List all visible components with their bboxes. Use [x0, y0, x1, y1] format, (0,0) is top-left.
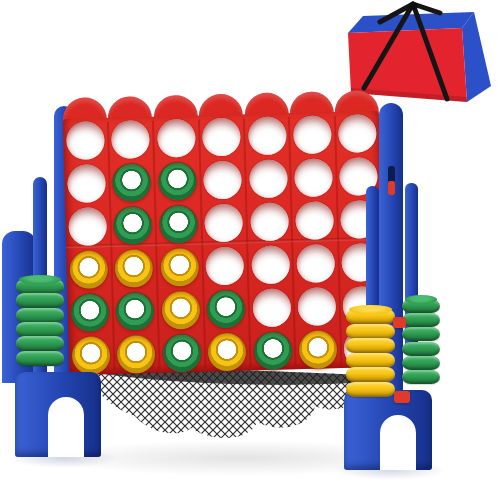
disc-stack-right-yellow-disc-5 [346, 367, 395, 382]
disc-stack-right-green-disc-6 [402, 370, 440, 384]
game-board [60, 89, 387, 383]
disc-stack-right-green-disc-4 [402, 342, 440, 356]
disc-stack-right-yellow-disc-6 [346, 382, 395, 397]
disc-stack-left-green-disc-4 [16, 322, 64, 337]
right-yellow-disc-stack[interactable] [346, 309, 395, 401]
board-cell-r6c5-green-ring [253, 331, 292, 370]
disc-stack-left-green-disc-2 [16, 293, 64, 308]
disc-stack-right-green-disc-2 [402, 313, 440, 327]
disc-stack-left-green-disc-3 [16, 308, 64, 323]
disc-stack-right-green-disc-5 [402, 356, 440, 370]
left-leg-arch-cutout [48, 397, 84, 457]
disc-stack-right-yellow-disc-1 [346, 309, 395, 324]
disc-stack-left-green-disc-6 [16, 351, 64, 366]
board-cell-r2c5-empty [249, 159, 288, 198]
disc-stack-right-green-disc-3 [402, 327, 440, 341]
left-green-disc-stack[interactable] [16, 279, 64, 369]
left-leg [15, 372, 101, 457]
disc-stack-left-green-top-cap [19, 275, 61, 284]
board-humps [60, 89, 380, 97]
red-latch-lower [394, 391, 410, 403]
disc-stack-left-green-disc-5 [16, 336, 64, 351]
board-cell-r5c5-empty [252, 288, 291, 327]
red-latch-upper [393, 317, 406, 328]
right-leg-arch-cutout [380, 415, 416, 470]
disc-stack-right-yellow-top-cap [349, 305, 392, 314]
disc-stack-right-yellow-disc-2 [346, 324, 395, 339]
disc-stack-right-green-disc-1 [402, 299, 440, 313]
release-slider[interactable] [388, 181, 395, 195]
disc-stack-right-green-top-cap [405, 295, 437, 304]
disc-stack-right-yellow-disc-3 [346, 338, 395, 353]
disc-stack-right-yellow-disc-4 [346, 353, 395, 368]
disc-stack-left-green-disc-1 [16, 279, 64, 294]
board-cell-r4c5-empty [251, 245, 290, 284]
board-cell-r3c5-empty [250, 202, 289, 241]
board-cell-r1c5-empty [247, 116, 286, 155]
right-leg [344, 390, 432, 470]
right-green-disc-stack[interactable] [402, 299, 440, 387]
product-photo-scene [0, 0, 500, 500]
bag-strap-knot [409, 2, 417, 10]
bag-side-panel [462, 12, 491, 102]
